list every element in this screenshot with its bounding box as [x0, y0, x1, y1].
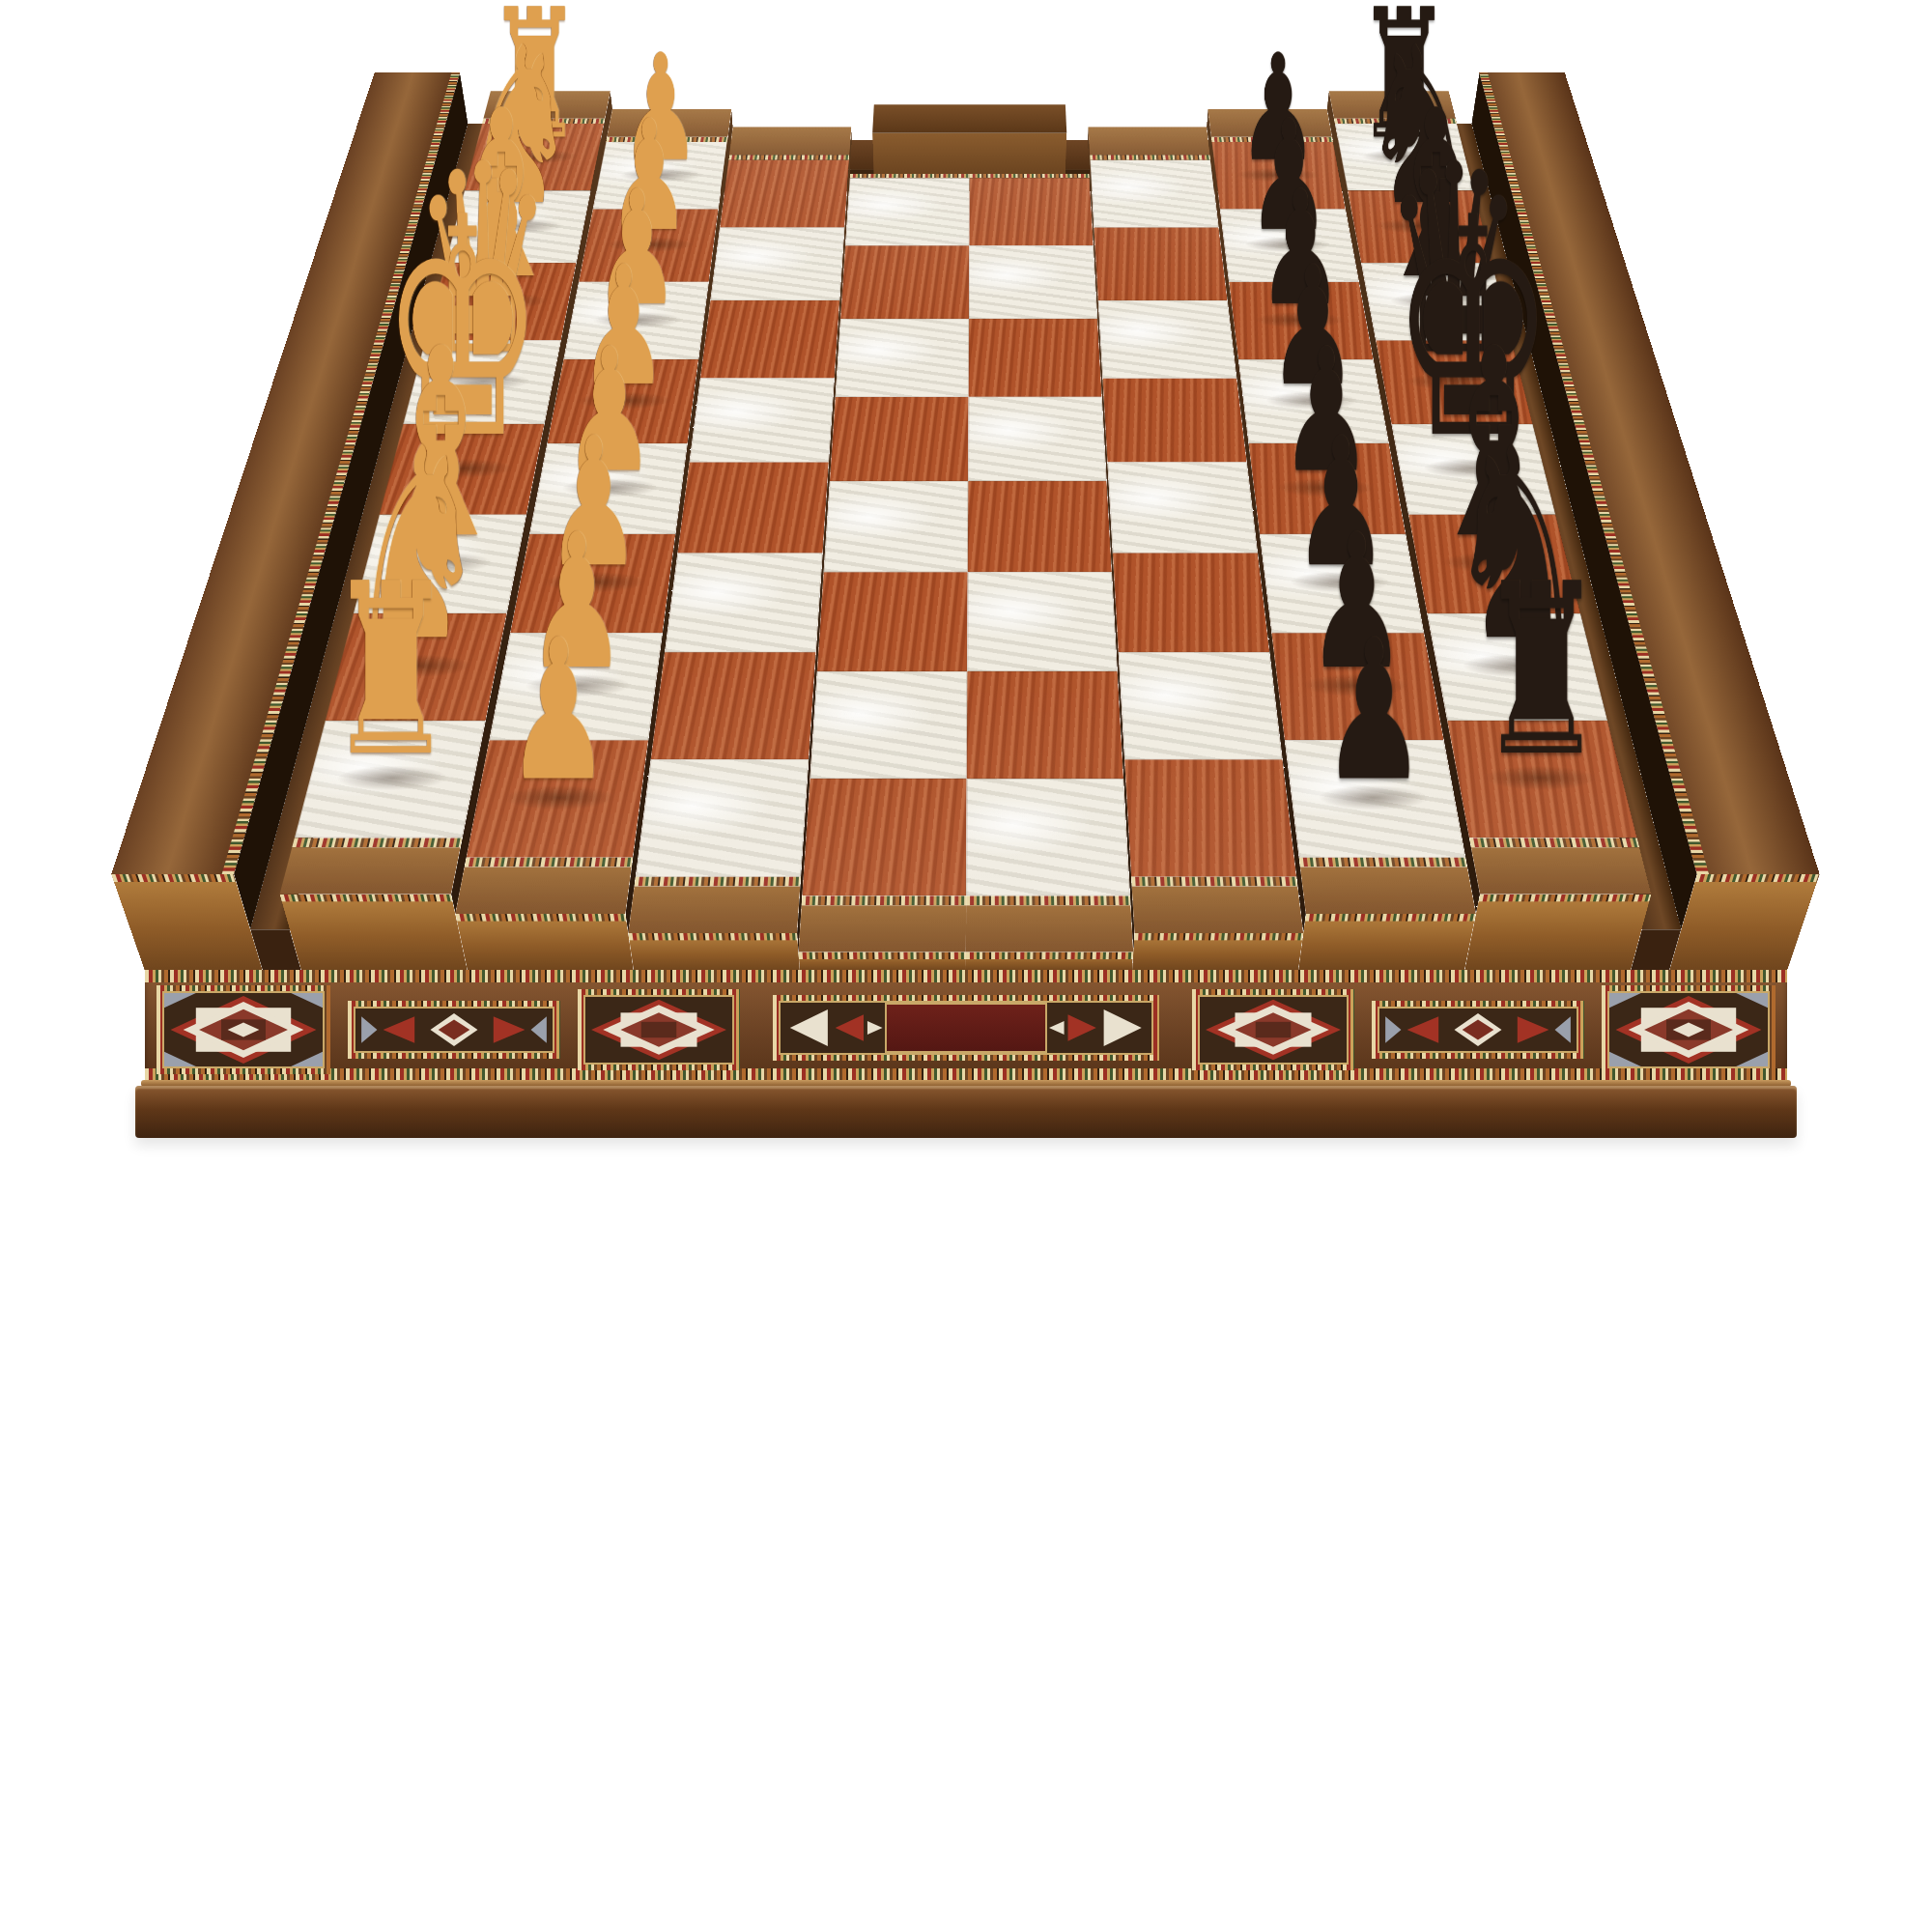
near-apron-rank-4: [799, 905, 967, 952]
square-e7[interactable]: [1249, 443, 1406, 534]
piece-shadow-h7: [1315, 784, 1433, 810]
step-front-riser-rank-6: [1132, 933, 1303, 971]
step-front-riser-band-rank-2: [455, 914, 626, 922]
square-e4[interactable]: [824, 481, 969, 572]
near-apron-rank-3: [628, 887, 800, 933]
right-rail-front-face: [1669, 874, 1820, 971]
right-rail-front-band: [1695, 874, 1820, 882]
near-apron-rank-1: [280, 847, 461, 894]
step-front-riser-rank-7: [1298, 914, 1476, 971]
square-c5[interactable]: [969, 319, 1102, 397]
square-h6[interactable]: [1124, 759, 1296, 877]
square-h2[interactable]: [467, 740, 648, 858]
eight-point-star-icon: [585, 997, 732, 1063]
piece-shadow-h2: [500, 784, 618, 810]
square-c4[interactable]: [836, 319, 969, 397]
near-mosaic-band-rank-2: [465, 858, 633, 867]
square-d3[interactable]: [690, 378, 835, 462]
near-apron-rank-6: [1132, 887, 1303, 933]
square-d6[interactable]: [1102, 378, 1246, 462]
step-front-riser-rank-5: [966, 952, 1133, 971]
front-top-mosaic-band: [145, 970, 1787, 982]
left-rail-front-band: [111, 874, 236, 882]
step-front-riser-rank-1: [280, 895, 468, 971]
square-f8[interactable]: [1408, 515, 1580, 613]
square-g3[interactable]: [651, 652, 816, 759]
square-g2[interactable]: [490, 633, 663, 740]
far-apron-rank-7: [1207, 109, 1332, 137]
square-g7[interactable]: [1271, 633, 1443, 740]
square-f3[interactable]: [665, 554, 822, 652]
square-a5[interactable]: [969, 178, 1093, 245]
far-apron-rank-1: [483, 91, 610, 119]
step-front-riser-band-rank-8: [1479, 895, 1652, 902]
near-mosaic-band-rank-6: [1131, 877, 1297, 887]
near-mosaic-band-rank-8: [1469, 838, 1639, 847]
square-g4[interactable]: [810, 671, 967, 779]
square-f1[interactable]: [354, 515, 526, 613]
square-a6[interactable]: [1090, 160, 1218, 228]
far-apron-rank-6: [1089, 128, 1210, 156]
square-e3[interactable]: [677, 463, 828, 554]
star-medallion-right-corner: [1602, 985, 1776, 1074]
square-b5[interactable]: [969, 245, 1097, 318]
near-mosaic-band-rank-3: [635, 877, 801, 887]
square-d5[interactable]: [968, 397, 1106, 481]
step-front-riser-rank-8: [1464, 895, 1652, 971]
star-panel-left: [348, 1001, 560, 1059]
far-apron-rank-2: [607, 109, 731, 137]
maroon-center-panel: [885, 1003, 1048, 1053]
square-g5[interactable]: [967, 671, 1123, 779]
square-b4[interactable]: [840, 245, 969, 318]
square-c3[interactable]: [700, 300, 839, 379]
star-medallion-left-corner: [156, 985, 330, 1074]
square-h4[interactable]: [802, 779, 966, 896]
square-c6[interactable]: [1098, 300, 1236, 379]
near-mosaic-band-rank-4: [802, 895, 966, 905]
step-front-riser-band-rank-4: [799, 952, 966, 959]
near-apron-rank-5: [966, 905, 1133, 952]
step-front-riser-band-rank-3: [628, 933, 797, 940]
star-panel-right: [1372, 1001, 1584, 1059]
far-center-block: [872, 104, 1066, 133]
near-mosaic-band-rank-1: [292, 838, 462, 847]
square-h3[interactable]: [636, 759, 809, 877]
square-b6[interactable]: [1094, 228, 1227, 300]
square-f5[interactable]: [967, 572, 1117, 670]
step-front-riser-band-rank-5: [966, 952, 1133, 959]
eight-point-star-icon: [1609, 993, 1768, 1066]
step-front-riser-rank-4: [799, 952, 966, 971]
step-front-riser-band-rank-7: [1305, 914, 1476, 922]
square-d4[interactable]: [830, 397, 969, 481]
square-a4[interactable]: [845, 178, 970, 245]
far-apron-rank-8: [1329, 91, 1456, 119]
step-front-riser-band-rank-6: [1134, 933, 1303, 940]
square-f6[interactable]: [1113, 554, 1269, 652]
square-b3[interactable]: [710, 228, 844, 300]
near-mosaic-band-rank-5: [966, 895, 1130, 905]
arrow-motif-left-icon: [781, 1003, 885, 1053]
piece-shadow-a7: [1234, 168, 1321, 183]
square-e6[interactable]: [1107, 463, 1258, 554]
near-apron-rank-7: [1300, 867, 1476, 914]
small-star-icon: [355, 1009, 553, 1051]
square-f4[interactable]: [817, 572, 968, 670]
step-front-riser-band-rank-1: [280, 895, 453, 902]
base-plinth: [135, 1086, 1797, 1138]
piece-shadow-g7: [1300, 673, 1412, 696]
piece-shadow-g2: [522, 673, 634, 696]
piece-shadow-b7: [1242, 237, 1334, 252]
square-e2[interactable]: [529, 443, 688, 534]
near-apron-rank-2: [455, 867, 631, 914]
arrow-motif-right-icon: [1047, 1003, 1151, 1053]
square-h5[interactable]: [966, 779, 1130, 896]
small-star-icon: [1379, 1009, 1577, 1051]
step-front-riser-rank-3: [628, 933, 800, 971]
near-apron-rank-8: [1471, 847, 1652, 894]
piece-shadow-d8: [1403, 372, 1503, 390]
eight-point-star-icon: [1200, 997, 1347, 1063]
piece-shadow-d1: [433, 372, 533, 390]
center-inlay-panel: [773, 995, 1159, 1061]
piece-shadow-c7: [1253, 311, 1348, 328]
square-a3[interactable]: [720, 160, 849, 228]
square-h7[interactable]: [1285, 740, 1465, 858]
star-medallion-mid-right: [1192, 989, 1354, 1070]
star-medallion-mid-left: [578, 989, 740, 1070]
near-mosaic-band-rank-7: [1299, 858, 1467, 867]
eight-point-star-icon: [164, 993, 323, 1066]
chess-board: ♜♞♝♛♚♝♞♜♟♟♟♟♟♟♟♟♟♟♟♟♟♟♟♟♜♞♝♛♚♝♞♜: [145, 162, 1787, 971]
square-e5[interactable]: [968, 481, 1112, 572]
case-front-face: [145, 970, 1787, 1084]
far-apron-rank-3: [729, 128, 851, 156]
square-g6[interactable]: [1119, 652, 1283, 759]
step-front-riser-rank-2: [455, 914, 634, 971]
